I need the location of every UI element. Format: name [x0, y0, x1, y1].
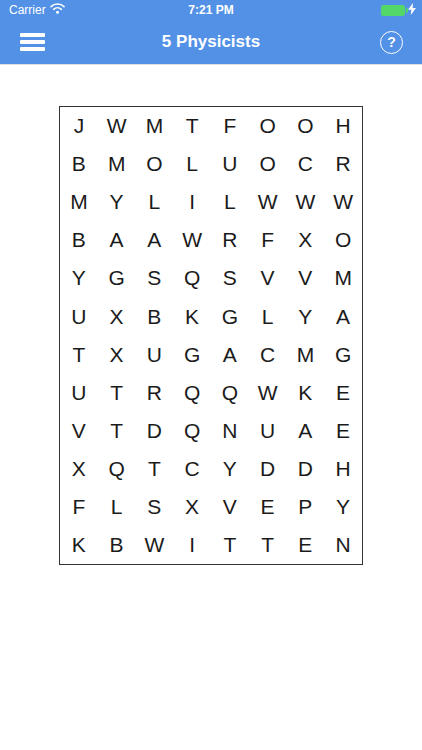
grid-cell-r9c4[interactable]: Q	[173, 412, 211, 450]
grid-cell-r8c5[interactable]: Q	[211, 374, 249, 412]
grid-cell-r11c2[interactable]: L	[98, 488, 136, 526]
grid-cell-r12c8[interactable]: N	[324, 526, 362, 564]
grid-cell-r9c2[interactable]: T	[98, 412, 136, 450]
grid-cell-r6c8[interactable]: A	[324, 297, 362, 335]
grid-cell-r5c1[interactable]: Y	[60, 259, 98, 297]
grid-cell-r2c4[interactable]: L	[173, 145, 211, 183]
grid-cell-r6c2[interactable]: X	[98, 297, 136, 335]
grid-cell-r1c7[interactable]: O	[287, 107, 325, 145]
grid-cell-r2c3[interactable]: O	[136, 145, 174, 183]
grid-cell-r11c6[interactable]: E	[249, 488, 287, 526]
grid-cell-r11c3[interactable]: S	[136, 488, 174, 526]
grid-cell-r3c2[interactable]: Y	[98, 183, 136, 221]
grid-cell-r7c2[interactable]: X	[98, 336, 136, 374]
grid-cell-r11c1[interactable]: F	[60, 488, 98, 526]
grid-cell-r2c2[interactable]: M	[98, 145, 136, 183]
grid-cell-r3c8[interactable]: W	[324, 183, 362, 221]
charging-bolt-icon	[408, 3, 416, 18]
grid-cell-r1c3[interactable]: M	[136, 107, 174, 145]
grid-cell-r12c7[interactable]: E	[287, 526, 325, 564]
grid-cell-r3c1[interactable]: M	[60, 183, 98, 221]
grid-cell-r10c5[interactable]: Y	[211, 450, 249, 488]
grid-cell-r6c4[interactable]: K	[173, 297, 211, 335]
grid-cell-r1c6[interactable]: O	[249, 107, 287, 145]
grid-cell-r8c1[interactable]: U	[60, 374, 98, 412]
grid-cell-r9c1[interactable]: V	[60, 412, 98, 450]
grid-cell-r1c2[interactable]: W	[98, 107, 136, 145]
grid-cell-r6c5[interactable]: G	[211, 297, 249, 335]
nav-bar: 5 Physicists ?	[0, 20, 422, 64]
grid-cell-r7c4[interactable]: G	[173, 336, 211, 374]
page-title: 5 Physicists	[0, 32, 422, 52]
grid-cell-r10c7[interactable]: D	[287, 450, 325, 488]
grid-cell-r7c7[interactable]: M	[287, 336, 325, 374]
grid-cell-r6c3[interactable]: B	[136, 297, 174, 335]
grid-cell-r12c6[interactable]: T	[249, 526, 287, 564]
grid-cell-r9c3[interactable]: D	[136, 412, 174, 450]
help-button[interactable]: ?	[380, 31, 403, 54]
grid-cell-r10c6[interactable]: D	[249, 450, 287, 488]
grid-cell-r1c5[interactable]: F	[211, 107, 249, 145]
grid-cell-r2c6[interactable]: O	[249, 145, 287, 183]
grid-cell-r5c5[interactable]: S	[211, 259, 249, 297]
grid-cell-r4c1[interactable]: B	[60, 221, 98, 259]
grid-cell-r11c8[interactable]: Y	[324, 488, 362, 526]
grid-cell-r5c2[interactable]: G	[98, 259, 136, 297]
grid-cell-r2c7[interactable]: C	[287, 145, 325, 183]
carrier-label: Carrier	[9, 3, 46, 17]
status-bar: Carrier 7:21 PM	[0, 0, 422, 20]
grid-cell-r5c6[interactable]: V	[249, 259, 287, 297]
grid-cell-r4c6[interactable]: F	[249, 221, 287, 259]
grid-cell-r7c6[interactable]: C	[249, 336, 287, 374]
grid-cell-r12c4[interactable]: I	[173, 526, 211, 564]
grid-cell-r10c4[interactable]: C	[173, 450, 211, 488]
grid-cell-r6c6[interactable]: L	[249, 297, 287, 335]
wifi-icon	[50, 3, 65, 17]
grid-cell-r5c7[interactable]: V	[287, 259, 325, 297]
grid-cell-r8c2[interactable]: T	[98, 374, 136, 412]
grid-cell-r8c3[interactable]: R	[136, 374, 174, 412]
grid-cell-r7c1[interactable]: T	[60, 336, 98, 374]
grid-cell-r11c4[interactable]: X	[173, 488, 211, 526]
grid-cell-r10c2[interactable]: Q	[98, 450, 136, 488]
grid-cell-r4c4[interactable]: W	[173, 221, 211, 259]
grid-cell-r8c6[interactable]: W	[249, 374, 287, 412]
grid-cell-r1c4[interactable]: T	[173, 107, 211, 145]
grid-cell-r10c8[interactable]: H	[324, 450, 362, 488]
grid-cell-r12c2[interactable]: B	[98, 526, 136, 564]
grid-cell-r10c3[interactable]: T	[136, 450, 174, 488]
menu-hamburger-icon[interactable]	[20, 33, 45, 51]
grid-cell-r2c8[interactable]: R	[324, 145, 362, 183]
grid-cell-r1c1[interactable]: J	[60, 107, 98, 145]
grid-cell-r4c2[interactable]: A	[98, 221, 136, 259]
grid-cell-r1c8[interactable]: H	[324, 107, 362, 145]
grid-cell-r9c8[interactable]: E	[324, 412, 362, 450]
grid-cell-r3c4[interactable]: I	[173, 183, 211, 221]
board-container: JWMTFOOHBMOLUOCRMYLILWWWBAAWRFXOYGSQSVVM…	[0, 106, 422, 565]
grid-cell-r4c5[interactable]: R	[211, 221, 249, 259]
grid-cell-r12c5[interactable]: T	[211, 526, 249, 564]
grid-cell-r5c3[interactable]: S	[136, 259, 174, 297]
grid-cell-r2c5[interactable]: U	[211, 145, 249, 183]
grid-cell-r12c1[interactable]: K	[60, 526, 98, 564]
grid-cell-r11c5[interactable]: V	[211, 488, 249, 526]
grid-cell-r3c3[interactable]: L	[136, 183, 174, 221]
grid-cell-r11c7[interactable]: P	[287, 488, 325, 526]
grid-cell-r9c6[interactable]: U	[249, 412, 287, 450]
grid-cell-r6c7[interactable]: Y	[287, 297, 325, 335]
grid-cell-r7c3[interactable]: U	[136, 336, 174, 374]
grid-cell-r5c8[interactable]: M	[324, 259, 362, 297]
grid-cell-r4c3[interactable]: A	[136, 221, 174, 259]
word-search-board[interactable]: JWMTFOOHBMOLUOCRMYLILWWWBAAWRFXOYGSQSVVM…	[59, 106, 363, 565]
grid-cell-r6c1[interactable]: U	[60, 297, 98, 335]
grid-cell-r5c4[interactable]: Q	[173, 259, 211, 297]
grid-cell-r3c6[interactable]: W	[249, 183, 287, 221]
question-mark-icon: ?	[387, 34, 396, 50]
grid-cell-r7c8[interactable]: G	[324, 336, 362, 374]
grid-cell-r12c3[interactable]: W	[136, 526, 174, 564]
grid-cell-r8c4[interactable]: Q	[173, 374, 211, 412]
grid-cell-r4c7[interactable]: X	[287, 221, 325, 259]
grid-cell-r3c5[interactable]: L	[211, 183, 249, 221]
grid-cell-r4c8[interactable]: O	[324, 221, 362, 259]
grid-cell-r2c1[interactable]: B	[60, 145, 98, 183]
grid-cell-r9c5[interactable]: N	[211, 412, 249, 450]
grid-cell-r10c1[interactable]: X	[60, 450, 98, 488]
battery-icon	[381, 5, 405, 16]
grid-cell-r8c7[interactable]: K	[287, 374, 325, 412]
grid-cell-r8c8[interactable]: E	[324, 374, 362, 412]
grid-cell-r9c7[interactable]: A	[287, 412, 325, 450]
grid-cell-r7c5[interactable]: A	[211, 336, 249, 374]
grid-cell-r3c7[interactable]: W	[287, 183, 325, 221]
